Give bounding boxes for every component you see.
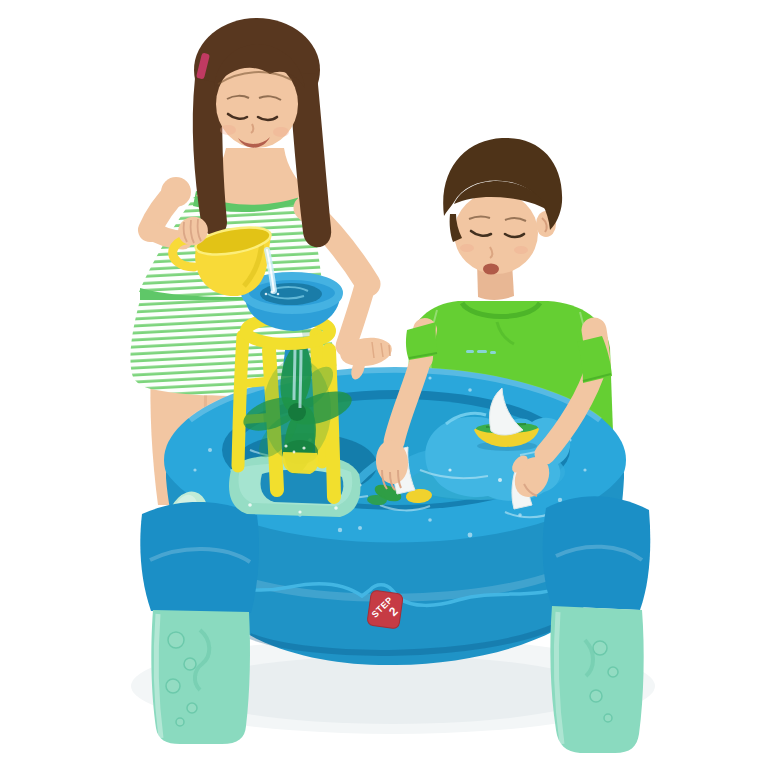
girl-blush-left	[220, 125, 236, 135]
girl-blush-right	[273, 127, 289, 137]
boy-blush-right	[514, 246, 528, 254]
step2-logo: STEP 2	[367, 590, 404, 629]
wheel-hub	[288, 403, 306, 421]
tower-rung-upper	[239, 381, 272, 384]
product-photo: STEP 2	[0, 0, 767, 767]
tower-leg-back-left	[238, 336, 243, 466]
girl-left-forearm-hand	[338, 282, 393, 381]
girl-left-forearm	[346, 282, 366, 346]
boy-face	[454, 192, 538, 274]
leg-right-mint	[550, 606, 643, 753]
table-leg-right	[543, 496, 651, 753]
boy-blush-left	[460, 244, 474, 252]
boy-mouth	[483, 264, 499, 275]
table-leg-left	[140, 502, 259, 744]
